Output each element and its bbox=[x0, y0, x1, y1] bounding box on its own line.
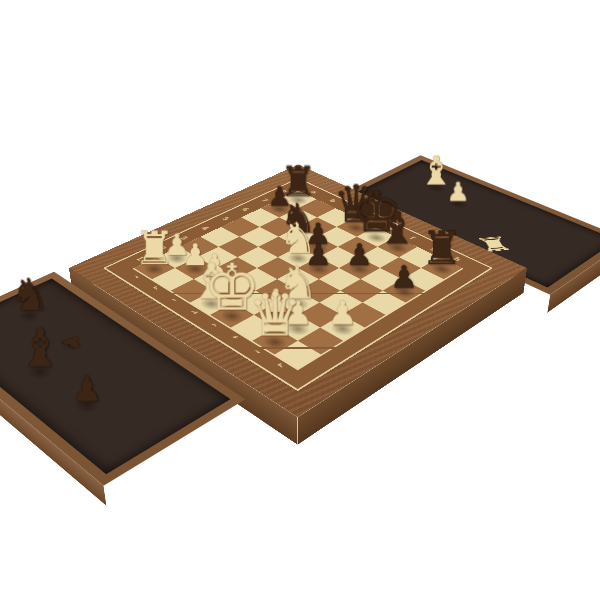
coordinate-label: a bbox=[130, 274, 141, 280]
piece-shadow bbox=[478, 237, 508, 252]
piece-shadow bbox=[69, 394, 105, 417]
coordinate-label: g bbox=[250, 349, 262, 356]
coordinate-label: 4 bbox=[377, 322, 389, 329]
coordinate-label: f bbox=[228, 335, 238, 341]
pawn-glyph: ♟ bbox=[328, 297, 357, 330]
coordinate-label: d bbox=[187, 310, 199, 317]
left-drawer-front-face bbox=[0, 332, 107, 506]
pawn-glyph: ♟ bbox=[71, 372, 102, 407]
rook-glyph: ♜ bbox=[421, 225, 462, 271]
coordinate-label: 1 bbox=[311, 362, 323, 370]
coordinate-label: 4 bbox=[200, 226, 210, 231]
coordinate-label: 5 bbox=[220, 216, 230, 221]
coordinate-label: 6 bbox=[240, 207, 250, 212]
coordinate-label: 6 bbox=[417, 297, 428, 303]
bishop-glyph: ♝ bbox=[17, 322, 64, 374]
coordinate-label: e bbox=[207, 322, 219, 329]
coordinate-label: 8 bbox=[455, 274, 466, 280]
coordinate-label: b bbox=[148, 286, 159, 292]
coordinate-label: c bbox=[167, 298, 178, 304]
coordinate-label: 5 bbox=[397, 309, 408, 316]
coordinate-label: 3 bbox=[356, 335, 368, 342]
bishop-glyph: ♝ bbox=[377, 204, 418, 250]
coordinate-label: 7 bbox=[436, 285, 447, 291]
pawn-glyph: ♟ bbox=[446, 179, 470, 205]
chess-box-top: ♜♝♚♛♟♟♟♟♟♟♞♞♜♛♚♝♜♟♞♟♟♟♟ aabbccddeeffgghh… bbox=[69, 164, 527, 417]
chess-board: ♜♝♚♛♟♟♟♟♟♟♞♞♜♛♚♝♜♟♞♟♟♟♟ aabbccddeeffgghh… bbox=[103, 178, 493, 391]
right-drawer-end-face bbox=[547, 240, 600, 313]
rook-glyph: ♜ bbox=[134, 225, 175, 271]
piece-shadow bbox=[444, 197, 472, 210]
chess-set-photo-scene: ♞♟♝♟ ♝♟♜ ♜♝♚♛♟♟♟♟♟♟♞♞♜♛♚♝♜♟♞♟♟♟♟ aabbccd… bbox=[0, 0, 600, 600]
knight-glyph: ♞ bbox=[10, 273, 50, 318]
coordinate-label: 2 bbox=[334, 348, 346, 355]
coordinate-label: h bbox=[273, 363, 286, 371]
piece-shadow bbox=[23, 361, 57, 382]
queen-glyph: ♛ bbox=[248, 283, 303, 344]
pawn-glyph: ♟ bbox=[346, 240, 373, 270]
pawn-glyph: ♟ bbox=[390, 261, 418, 292]
table-plane: ♞♟♝♟ ♝♟♜ ♜♝♚♛♟♟♟♟♟♟♞♞♜♛♚♝♜♟♞♟♟♟♟ aabbccd… bbox=[0, 82, 600, 600]
